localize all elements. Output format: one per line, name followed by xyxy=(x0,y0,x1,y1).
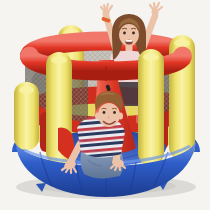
post-cap-highlight xyxy=(174,39,190,47)
boy-eye-left xyxy=(103,111,106,114)
post-front-far-left xyxy=(14,82,39,150)
post-cap-highlight xyxy=(19,86,34,94)
post-tube xyxy=(138,49,164,166)
bounce-house-photo xyxy=(0,0,210,210)
product-photo xyxy=(0,0,210,210)
post-cap-highlight xyxy=(51,56,67,64)
boy-eye-right xyxy=(113,111,116,114)
post-front-right-center xyxy=(138,49,164,166)
girl-teeth xyxy=(126,40,132,42)
girl-eye-right xyxy=(132,32,135,35)
post-cap-highlight xyxy=(143,53,159,61)
girl-eye-left xyxy=(123,32,126,35)
boy-nose xyxy=(109,116,110,119)
